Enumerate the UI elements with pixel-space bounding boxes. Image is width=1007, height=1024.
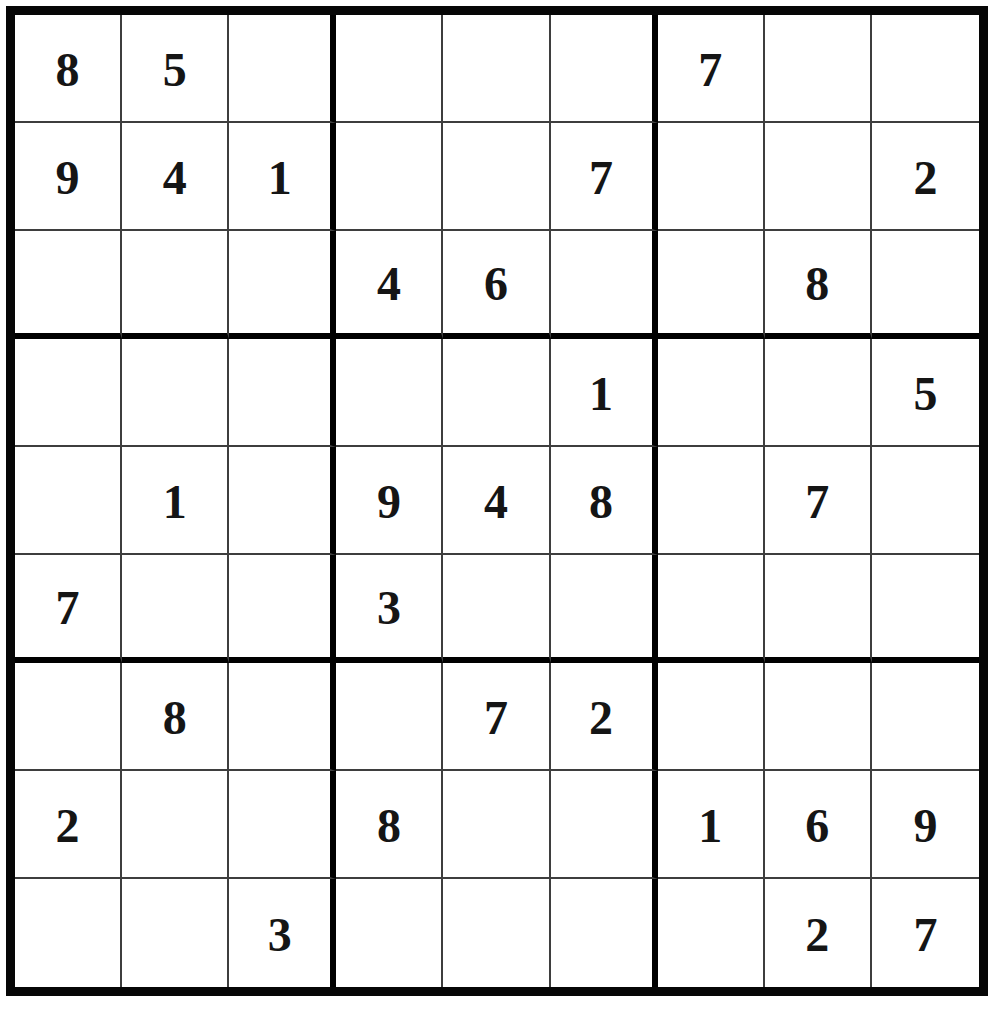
cell-r6c1[interactable]: 7	[15, 555, 122, 663]
cell-r1c8[interactable]	[765, 15, 872, 123]
cell-r2c9[interactable]: 2	[872, 123, 979, 231]
cell-r4c6[interactable]: 1	[551, 339, 658, 447]
cell-r3c7[interactable]	[658, 231, 765, 339]
cell-r3c9[interactable]	[872, 231, 979, 339]
cell-r4c5[interactable]	[443, 339, 550, 447]
cell-r8c6[interactable]	[551, 771, 658, 879]
cell-r2c1[interactable]: 9	[15, 123, 122, 231]
cell-r6c2[interactable]	[122, 555, 229, 663]
cell-r3c5[interactable]: 6	[443, 231, 550, 339]
cell-r8c4[interactable]: 8	[336, 771, 443, 879]
cell-r8c1[interactable]: 2	[15, 771, 122, 879]
cell-r3c6[interactable]	[551, 231, 658, 339]
cell-r9c7[interactable]	[658, 879, 765, 987]
cell-r8c9[interactable]: 9	[872, 771, 979, 879]
cell-r7c3[interactable]	[229, 663, 336, 771]
cell-r4c1[interactable]	[15, 339, 122, 447]
cell-r9c8[interactable]: 2	[765, 879, 872, 987]
cell-r1c1[interactable]: 8	[15, 15, 122, 123]
cell-r5c7[interactable]	[658, 447, 765, 555]
cell-r5c8[interactable]: 7	[765, 447, 872, 555]
cell-r9c9[interactable]: 7	[872, 879, 979, 987]
cell-r8c5[interactable]	[443, 771, 550, 879]
cell-r4c4[interactable]	[336, 339, 443, 447]
cell-r7c2[interactable]: 8	[122, 663, 229, 771]
cell-r6c8[interactable]	[765, 555, 872, 663]
cell-r4c3[interactable]	[229, 339, 336, 447]
cell-r1c6[interactable]	[551, 15, 658, 123]
cell-r8c3[interactable]	[229, 771, 336, 879]
cell-r1c3[interactable]	[229, 15, 336, 123]
cell-r7c5[interactable]: 7	[443, 663, 550, 771]
cell-r1c7[interactable]: 7	[658, 15, 765, 123]
cell-r2c2[interactable]: 4	[122, 123, 229, 231]
cell-r9c1[interactable]	[15, 879, 122, 987]
cell-r4c7[interactable]	[658, 339, 765, 447]
cell-r5c3[interactable]	[229, 447, 336, 555]
cell-r6c7[interactable]	[658, 555, 765, 663]
cell-r6c6[interactable]	[551, 555, 658, 663]
cell-r2c6[interactable]: 7	[551, 123, 658, 231]
cell-r6c9[interactable]	[872, 555, 979, 663]
cell-r4c2[interactable]	[122, 339, 229, 447]
cell-r1c4[interactable]	[336, 15, 443, 123]
cell-r7c1[interactable]	[15, 663, 122, 771]
cell-r6c3[interactable]	[229, 555, 336, 663]
cell-r3c4[interactable]: 4	[336, 231, 443, 339]
cell-r6c5[interactable]	[443, 555, 550, 663]
cell-r3c1[interactable]	[15, 231, 122, 339]
cell-r9c6[interactable]	[551, 879, 658, 987]
cell-r3c3[interactable]	[229, 231, 336, 339]
cell-r2c4[interactable]	[336, 123, 443, 231]
cell-r1c9[interactable]	[872, 15, 979, 123]
cell-r5c2[interactable]: 1	[122, 447, 229, 555]
cell-r1c5[interactable]	[443, 15, 550, 123]
cell-r3c8[interactable]: 8	[765, 231, 872, 339]
cell-r4c8[interactable]	[765, 339, 872, 447]
cell-r2c8[interactable]	[765, 123, 872, 231]
cell-r7c6[interactable]: 2	[551, 663, 658, 771]
cell-r4c9[interactable]: 5	[872, 339, 979, 447]
cell-r9c3[interactable]: 3	[229, 879, 336, 987]
cell-r5c1[interactable]	[15, 447, 122, 555]
cell-r5c9[interactable]	[872, 447, 979, 555]
cell-r6c4[interactable]: 3	[336, 555, 443, 663]
cell-r5c4[interactable]: 9	[336, 447, 443, 555]
sudoku-board: 8579417246815194877387228169327	[6, 6, 988, 996]
cell-r8c8[interactable]: 6	[765, 771, 872, 879]
cell-r2c3[interactable]: 1	[229, 123, 336, 231]
cell-r7c4[interactable]	[336, 663, 443, 771]
cell-r9c2[interactable]	[122, 879, 229, 987]
cell-r3c2[interactable]	[122, 231, 229, 339]
cell-r1c2[interactable]: 5	[122, 15, 229, 123]
cell-r2c5[interactable]	[443, 123, 550, 231]
cell-r5c6[interactable]: 8	[551, 447, 658, 555]
cell-r8c7[interactable]: 1	[658, 771, 765, 879]
cell-r7c7[interactable]	[658, 663, 765, 771]
cell-r5c5[interactable]: 4	[443, 447, 550, 555]
cell-r7c8[interactable]	[765, 663, 872, 771]
cell-r9c4[interactable]	[336, 879, 443, 987]
cell-r9c5[interactable]	[443, 879, 550, 987]
cell-r8c2[interactable]	[122, 771, 229, 879]
cell-r2c7[interactable]	[658, 123, 765, 231]
cell-r7c9[interactable]	[872, 663, 979, 771]
